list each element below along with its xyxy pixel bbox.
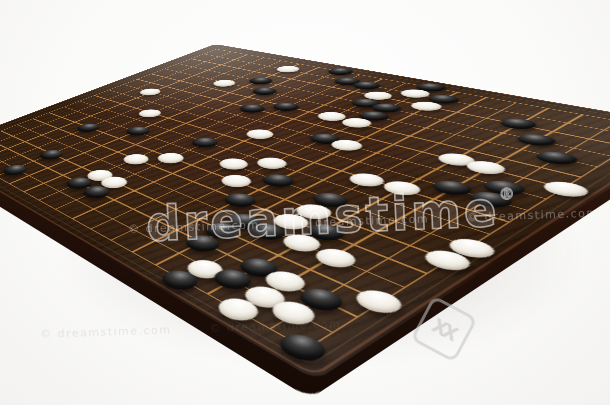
photo-stage: dreamstime® © dreamstime.com© dreamstime…	[0, 0, 610, 405]
